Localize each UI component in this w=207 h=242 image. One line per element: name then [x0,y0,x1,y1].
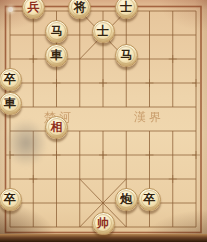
piece-red-elephant[interactable]: 相 [45,116,68,139]
piece-black-horse[interactable]: 马 [45,20,68,43]
piece-black-horse[interactable]: 马 [115,44,138,67]
piece-char: 马 [120,49,132,61]
piece-char: 士 [97,25,109,37]
piece-black-soldier[interactable]: 卒 [0,188,22,211]
piece-char: 卒 [4,193,16,205]
piece-black-advisor[interactable]: 士 [115,0,138,19]
piece-char: 帅 [97,217,109,229]
piece-char: 兵 [27,1,39,13]
piece-red-soldier[interactable]: 兵 [22,0,45,19]
piece-char: 马 [51,25,63,37]
piece-black-soldier[interactable]: 卒 [0,68,22,91]
piece-char: 将 [74,1,86,13]
piece-black-soldier[interactable]: 卒 [138,188,161,211]
piece-char: 炮 [120,193,132,205]
piece-char: 卒 [144,193,156,205]
piece-char: 士 [120,1,132,13]
piece-black-chariot[interactable]: 車 [45,44,68,67]
piece-char: 相 [51,121,63,133]
piece-char: 車 [51,49,63,61]
piece-black-advisor[interactable]: 士 [92,20,115,43]
xiangqi-board[interactable]: 楚河 漢界 兵将士马士車马卒車相卒炮卒帅 [0,0,207,242]
piece-red-general[interactable]: 帅 [92,212,115,235]
piece-char: 卒 [4,73,16,85]
piece-char: 車 [4,97,16,109]
piece-black-chariot[interactable]: 車 [0,92,22,115]
piece-black-cannon[interactable]: 炮 [115,188,138,211]
